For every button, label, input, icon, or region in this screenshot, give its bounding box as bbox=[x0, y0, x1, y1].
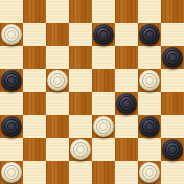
square-b3[interactable] bbox=[23, 115, 46, 138]
square-h1[interactable] bbox=[161, 161, 184, 184]
black-piece[interactable] bbox=[139, 116, 160, 137]
white-piece[interactable] bbox=[139, 162, 160, 183]
square-g4[interactable] bbox=[138, 92, 161, 115]
square-g6[interactable] bbox=[138, 46, 161, 69]
square-e6[interactable] bbox=[92, 46, 115, 69]
square-h3[interactable] bbox=[161, 115, 184, 138]
square-a7[interactable] bbox=[0, 23, 23, 46]
square-f1[interactable] bbox=[115, 161, 138, 184]
square-c3[interactable] bbox=[46, 115, 69, 138]
white-piece[interactable] bbox=[1, 162, 22, 183]
square-a4[interactable] bbox=[0, 92, 23, 115]
white-piece[interactable] bbox=[1, 24, 22, 45]
square-e2[interactable] bbox=[92, 138, 115, 161]
square-f2[interactable] bbox=[115, 138, 138, 161]
square-h5[interactable] bbox=[161, 69, 184, 92]
square-b7[interactable] bbox=[23, 23, 46, 46]
square-h2[interactable] bbox=[161, 138, 184, 161]
black-piece[interactable] bbox=[116, 93, 137, 114]
square-a3[interactable] bbox=[0, 115, 23, 138]
square-f3[interactable] bbox=[115, 115, 138, 138]
black-piece[interactable] bbox=[93, 24, 114, 45]
square-e3[interactable] bbox=[92, 115, 115, 138]
square-g2[interactable] bbox=[138, 138, 161, 161]
black-piece[interactable] bbox=[162, 139, 183, 160]
square-g5[interactable] bbox=[138, 69, 161, 92]
square-c1[interactable] bbox=[46, 161, 69, 184]
square-d8[interactable] bbox=[69, 0, 92, 23]
square-g8[interactable] bbox=[138, 0, 161, 23]
square-d3[interactable] bbox=[69, 115, 92, 138]
white-piece[interactable] bbox=[139, 70, 160, 91]
square-d6[interactable] bbox=[69, 46, 92, 69]
white-piece[interactable] bbox=[93, 116, 114, 137]
square-g7[interactable] bbox=[138, 23, 161, 46]
square-b1[interactable] bbox=[23, 161, 46, 184]
square-c8[interactable] bbox=[46, 0, 69, 23]
square-e5[interactable] bbox=[92, 69, 115, 92]
square-b6[interactable] bbox=[23, 46, 46, 69]
square-f6[interactable] bbox=[115, 46, 138, 69]
square-a6[interactable] bbox=[0, 46, 23, 69]
square-f4[interactable] bbox=[115, 92, 138, 115]
square-h7[interactable] bbox=[161, 23, 184, 46]
checkers-board bbox=[0, 0, 184, 184]
square-e7[interactable] bbox=[92, 23, 115, 46]
square-e4[interactable] bbox=[92, 92, 115, 115]
square-f5[interactable] bbox=[115, 69, 138, 92]
square-b4[interactable] bbox=[23, 92, 46, 115]
square-c2[interactable] bbox=[46, 138, 69, 161]
square-e1[interactable] bbox=[92, 161, 115, 184]
square-a1[interactable] bbox=[0, 161, 23, 184]
square-e8[interactable] bbox=[92, 0, 115, 23]
square-d5[interactable] bbox=[69, 69, 92, 92]
square-c4[interactable] bbox=[46, 92, 69, 115]
black-piece[interactable] bbox=[139, 24, 160, 45]
square-c6[interactable] bbox=[46, 46, 69, 69]
white-piece[interactable] bbox=[47, 70, 68, 91]
black-piece[interactable] bbox=[1, 116, 22, 137]
square-f7[interactable] bbox=[115, 23, 138, 46]
square-g3[interactable] bbox=[138, 115, 161, 138]
square-g1[interactable] bbox=[138, 161, 161, 184]
square-a2[interactable] bbox=[0, 138, 23, 161]
square-a5[interactable] bbox=[0, 69, 23, 92]
square-b5[interactable] bbox=[23, 69, 46, 92]
square-d7[interactable] bbox=[69, 23, 92, 46]
square-h6[interactable] bbox=[161, 46, 184, 69]
square-c7[interactable] bbox=[46, 23, 69, 46]
square-c5[interactable] bbox=[46, 69, 69, 92]
white-piece[interactable] bbox=[70, 139, 91, 160]
square-h8[interactable] bbox=[161, 0, 184, 23]
square-b8[interactable] bbox=[23, 0, 46, 23]
square-d1[interactable] bbox=[69, 161, 92, 184]
square-b2[interactable] bbox=[23, 138, 46, 161]
square-f8[interactable] bbox=[115, 0, 138, 23]
square-a8[interactable] bbox=[0, 0, 23, 23]
square-d4[interactable] bbox=[69, 92, 92, 115]
black-piece[interactable] bbox=[1, 70, 22, 91]
square-d2[interactable] bbox=[69, 138, 92, 161]
black-piece[interactable] bbox=[162, 47, 183, 68]
square-h4[interactable] bbox=[161, 92, 184, 115]
